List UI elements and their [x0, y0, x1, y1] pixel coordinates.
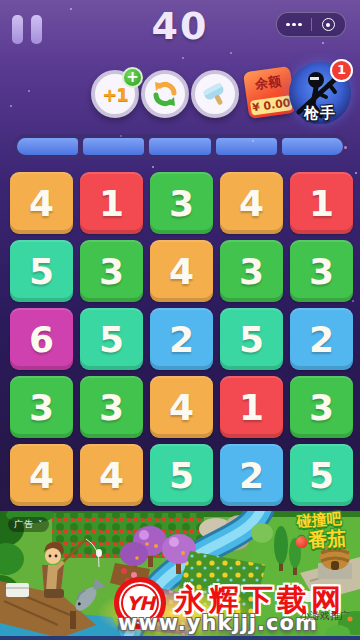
watermark-promo: 小游戏推广: [300, 609, 350, 623]
circle-dot-icon: [322, 18, 335, 31]
powerup-hammer-button[interactable]: [191, 70, 239, 118]
tile-r5c2[interactable]: 4: [80, 444, 143, 506]
add-badge-icon: +: [122, 67, 143, 88]
ad-tag[interactable]: 广告 ˅: [8, 517, 49, 532]
star-dot: [28, 90, 30, 92]
powerup-plus-one-button[interactable]: +1 +: [91, 70, 139, 118]
tile-r2c3[interactable]: 4: [150, 240, 213, 302]
progress-segment: [149, 138, 210, 155]
tile-r2c5[interactable]: 3: [290, 240, 353, 302]
home-button[interactable]: [312, 13, 346, 36]
tile-r5c5[interactable]: 5: [290, 444, 353, 506]
tile-r5c1[interactable]: 4: [10, 444, 73, 506]
plus-one-icon: +1: [102, 84, 128, 105]
tile-r4c1[interactable]: 3: [10, 376, 73, 438]
tile-r3c1[interactable]: 6: [10, 308, 73, 370]
progress-segment: [17, 138, 78, 155]
progress-segment: [282, 138, 343, 155]
gunner-label: 枪手: [289, 104, 351, 123]
gunner-count-badge: 1: [330, 59, 353, 82]
progress-segment: [216, 138, 277, 155]
tomato-icon: [295, 536, 308, 549]
tile-r2c4[interactable]: 3: [220, 240, 283, 302]
balance-amount: ¥ 0.00: [250, 95, 293, 116]
game-screen: 40 +1 + 余额 ¥ 0.00: [0, 0, 360, 640]
gunner-button[interactable]: 枪手 1: [289, 62, 351, 124]
tile-r1c1[interactable]: 4: [10, 172, 73, 234]
tile-r1c5[interactable]: 1: [290, 172, 353, 234]
level-progress-bar: [13, 134, 347, 159]
tile-r1c2[interactable]: 1: [80, 172, 143, 234]
bottom-strip: [0, 636, 360, 640]
tile-r3c3[interactable]: 2: [150, 308, 213, 370]
star-dot: [152, 166, 154, 168]
tile-r1c4[interactable]: 4: [220, 172, 283, 234]
star-dot: [182, 57, 184, 59]
hammer-icon: [201, 80, 229, 108]
ad-tag-label: 广告: [14, 519, 34, 529]
progress-segment: [83, 138, 144, 155]
miniprogram-capsule: [276, 12, 346, 37]
board: 4134153433652523341344525: [10, 172, 353, 506]
tile-r3c5[interactable]: 2: [290, 308, 353, 370]
more-button[interactable]: [277, 13, 311, 36]
star-dot: [10, 105, 12, 107]
tile-r2c2[interactable]: 3: [80, 240, 143, 302]
tile-r5c3[interactable]: 5: [150, 444, 213, 506]
tile-r2c1[interactable]: 5: [10, 240, 73, 302]
caret-down-icon: ˅: [38, 519, 44, 529]
tile-r3c2[interactable]: 5: [80, 308, 143, 370]
tile-r1c3[interactable]: 3: [150, 172, 213, 234]
balance-label: 余额: [244, 71, 293, 95]
star-dot: [355, 172, 357, 174]
tile-r3c4[interactable]: 5: [220, 308, 283, 370]
ad-game-logo: 碰撞吧 番茄: [282, 509, 359, 553]
more-icon: [286, 23, 302, 27]
swap-icon: [151, 80, 179, 108]
tile-r4c3[interactable]: 4: [150, 376, 213, 438]
tile-r4c2[interactable]: 3: [80, 376, 143, 438]
watermark-url: www.yhkjjj.com: [118, 611, 318, 635]
tile-r5c4[interactable]: 2: [220, 444, 283, 506]
tile-r4c4[interactable]: 1: [220, 376, 283, 438]
star-dot: [230, 52, 232, 54]
tile-r4c5[interactable]: 3: [290, 376, 353, 438]
powerup-swap-button[interactable]: [141, 70, 189, 118]
